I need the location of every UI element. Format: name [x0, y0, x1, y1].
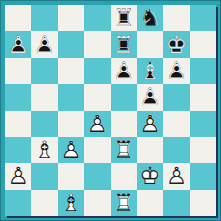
square-c8[interactable]: [58, 5, 84, 31]
square-h4[interactable]: [190, 111, 216, 137]
black-pawn-icon: ♟: [5, 31, 31, 57]
white-pawn-icon: ♟: [163, 163, 189, 189]
square-a6[interactable]: [5, 58, 31, 84]
square-e4[interactable]: [111, 111, 137, 137]
white-king-icon: ♚: [137, 163, 163, 189]
square-d7[interactable]: [84, 31, 110, 57]
white-pawn-outline-icon: ♙: [137, 111, 163, 137]
square-f1[interactable]: [137, 190, 163, 216]
square-f5[interactable]: ♟♙: [137, 84, 163, 110]
square-b3[interactable]: ♝♗: [31, 137, 57, 163]
piece-white-pawn-a2[interactable]: ♟♙: [5, 163, 31, 189]
piece-black-rook-e7[interactable]: ♜♖: [111, 31, 137, 57]
chess-board: ♜♖♞♘♟♙♟♙♜♖♚♔♟♙♝♗♟♙♟♙♟♙♟♙♝♗♟♙♜♖♟♙♚♔♟♙♝♗♜♖: [5, 5, 216, 216]
piece-white-bishop-c1[interactable]: ♝♗: [58, 190, 84, 216]
square-g6[interactable]: ♟♙: [163, 58, 189, 84]
black-rook-outline-icon: ♖: [111, 5, 137, 31]
square-e1[interactable]: ♜♖: [111, 190, 137, 216]
black-bishop-outline-icon: ♗: [137, 58, 163, 84]
black-rook-icon: ♜: [111, 5, 137, 31]
square-a4[interactable]: [5, 111, 31, 137]
square-h7[interactable]: [190, 31, 216, 57]
black-bishop-icon: ♝: [137, 58, 163, 84]
square-f3[interactable]: [137, 137, 163, 163]
black-pawn-outline-icon: ♙: [5, 31, 31, 57]
white-pawn-outline-icon: ♙: [163, 163, 189, 189]
piece-black-bishop-f6[interactable]: ♝♗: [137, 58, 163, 84]
square-a2[interactable]: ♟♙: [5, 163, 31, 189]
square-b8[interactable]: [31, 5, 57, 31]
square-g3[interactable]: [163, 137, 189, 163]
square-e6[interactable]: ♟♙: [111, 58, 137, 84]
white-bishop-outline-icon: ♗: [58, 190, 84, 216]
square-c1[interactable]: ♝♗: [58, 190, 84, 216]
square-a5[interactable]: [5, 84, 31, 110]
square-b6[interactable]: [31, 58, 57, 84]
piece-white-pawn-c3[interactable]: ♟♙: [58, 137, 84, 163]
square-g8[interactable]: [163, 5, 189, 31]
white-rook-outline-icon: ♖: [111, 137, 137, 163]
black-pawn-icon: ♟: [137, 84, 163, 110]
piece-white-king-f2[interactable]: ♚♔: [137, 163, 163, 189]
square-a3[interactable]: [5, 137, 31, 163]
square-c4[interactable]: [58, 111, 84, 137]
black-king-icon: ♚: [163, 31, 189, 57]
square-h2[interactable]: [190, 163, 216, 189]
square-f6[interactable]: ♝♗: [137, 58, 163, 84]
square-h6[interactable]: [190, 58, 216, 84]
square-c3[interactable]: ♟♙: [58, 137, 84, 163]
square-c6[interactable]: [58, 58, 84, 84]
square-g5[interactable]: [163, 84, 189, 110]
black-pawn-outline-icon: ♙: [31, 31, 57, 57]
square-c5[interactable]: [58, 84, 84, 110]
piece-black-pawn-e6[interactable]: ♟♙: [111, 58, 137, 84]
chess-board-frame: ♜♖♞♘♟♙♟♙♜♖♚♔♟♙♝♗♟♙♟♙♟♙♟♙♝♗♟♙♜♖♟♙♚♔♟♙♝♗♜♖: [0, 0, 221, 221]
square-b4[interactable]: [31, 111, 57, 137]
black-pawn-icon: ♟: [31, 31, 57, 57]
square-e3[interactable]: ♜♖: [111, 137, 137, 163]
piece-black-rook-e8[interactable]: ♜♖: [111, 5, 137, 31]
piece-black-knight-f8[interactable]: ♞♘: [137, 5, 163, 31]
black-pawn-outline-icon: ♙: [137, 84, 163, 110]
square-b7[interactable]: ♟♙: [31, 31, 57, 57]
piece-black-pawn-g6[interactable]: ♟♙: [163, 58, 189, 84]
square-h1[interactable]: [190, 190, 216, 216]
piece-black-pawn-b7[interactable]: ♟♙: [31, 31, 57, 57]
square-e7[interactable]: ♜♖: [111, 31, 137, 57]
square-h8[interactable]: [190, 5, 216, 31]
white-pawn-icon: ♟: [137, 111, 163, 137]
square-f4[interactable]: ♟♙: [137, 111, 163, 137]
black-rook-icon: ♜: [111, 31, 137, 57]
black-knight-outline-icon: ♘: [137, 5, 163, 31]
black-pawn-icon: ♟: [163, 58, 189, 84]
white-pawn-outline-icon: ♙: [5, 163, 31, 189]
piece-white-rook-e3[interactable]: ♜♖: [111, 137, 137, 163]
black-pawn-outline-icon: ♙: [163, 58, 189, 84]
square-b1[interactable]: [31, 190, 57, 216]
square-b5[interactable]: [31, 84, 57, 110]
square-b2[interactable]: [31, 163, 57, 189]
white-king-outline-icon: ♔: [137, 163, 163, 189]
white-bishop-outline-icon: ♗: [31, 137, 57, 163]
square-e5[interactable]: [111, 84, 137, 110]
white-pawn-outline-icon: ♙: [84, 111, 110, 137]
piece-black-king-g7[interactable]: ♚♔: [163, 31, 189, 57]
black-king-outline-icon: ♔: [163, 31, 189, 57]
black-pawn-icon: ♟: [111, 58, 137, 84]
square-g1[interactable]: [163, 190, 189, 216]
black-knight-icon: ♞: [137, 5, 163, 31]
white-pawn-icon: ♟: [5, 163, 31, 189]
square-g7[interactable]: ♚♔: [163, 31, 189, 57]
square-g4[interactable]: [163, 111, 189, 137]
square-a7[interactable]: ♟♙: [5, 31, 31, 57]
square-d3[interactable]: [84, 137, 110, 163]
piece-white-bishop-b3[interactable]: ♝♗: [31, 137, 57, 163]
black-pawn-outline-icon: ♙: [111, 58, 137, 84]
square-e2[interactable]: [111, 163, 137, 189]
piece-white-pawn-d4[interactable]: ♟♙: [84, 111, 110, 137]
square-a1[interactable]: [5, 190, 31, 216]
square-d4[interactable]: ♟♙: [84, 111, 110, 137]
white-bishop-icon: ♝: [58, 190, 84, 216]
square-d2[interactable]: [84, 163, 110, 189]
piece-black-pawn-a7[interactable]: ♟♙: [5, 31, 31, 57]
white-rook-outline-icon: ♖: [111, 190, 137, 216]
square-f7[interactable]: [137, 31, 163, 57]
piece-white-pawn-g2[interactable]: ♟♙: [163, 163, 189, 189]
white-pawn-icon: ♟: [58, 137, 84, 163]
square-h5[interactable]: [190, 84, 216, 110]
piece-white-rook-e1[interactable]: ♜♖: [111, 190, 137, 216]
square-d6[interactable]: [84, 58, 110, 84]
square-d1[interactable]: [84, 190, 110, 216]
square-e8[interactable]: ♜♖: [111, 5, 137, 31]
white-rook-icon: ♜: [111, 137, 137, 163]
square-c2[interactable]: [58, 163, 84, 189]
square-d5[interactable]: [84, 84, 110, 110]
square-g2[interactable]: ♟♙: [163, 163, 189, 189]
white-pawn-outline-icon: ♙: [58, 137, 84, 163]
white-pawn-icon: ♟: [84, 111, 110, 137]
piece-black-pawn-f5[interactable]: ♟♙: [137, 84, 163, 110]
white-rook-icon: ♜: [111, 190, 137, 216]
white-bishop-icon: ♝: [31, 137, 57, 163]
square-c7[interactable]: [58, 31, 84, 57]
square-h3[interactable]: [190, 137, 216, 163]
square-f8[interactable]: ♞♘: [137, 5, 163, 31]
black-rook-outline-icon: ♖: [111, 31, 137, 57]
square-a8[interactable]: [5, 5, 31, 31]
square-f2[interactable]: ♚♔: [137, 163, 163, 189]
piece-white-pawn-f4[interactable]: ♟♙: [137, 111, 163, 137]
square-d8[interactable]: [84, 5, 110, 31]
